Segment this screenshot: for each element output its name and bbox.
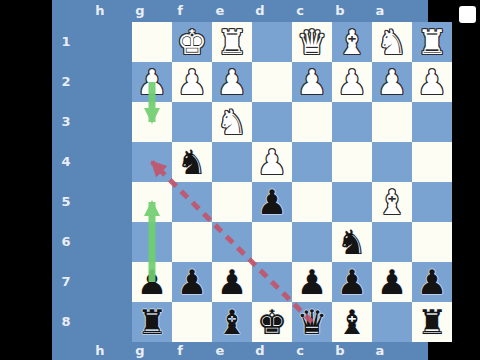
- square-h6[interactable]: [132, 222, 172, 262]
- piece-wP-e4: ♟: [252, 142, 292, 182]
- square-d1[interactable]: ♛: [292, 22, 332, 62]
- square-d3[interactable]: [292, 102, 332, 142]
- coord-label-left-1: 1: [52, 22, 80, 62]
- square-f2[interactable]: ♟: [212, 62, 252, 102]
- coord-label-top-c: c: [280, 0, 320, 22]
- square-b7[interactable]: ♟: [372, 262, 412, 302]
- square-f4[interactable]: [212, 142, 252, 182]
- piece-wB-c1: ♝: [332, 22, 372, 62]
- piece-bP-h7: ♟: [132, 262, 172, 302]
- square-c7[interactable]: ♟: [332, 262, 372, 302]
- square-f8[interactable]: ♝: [212, 302, 252, 342]
- piece-wP-b2: ♟: [372, 62, 412, 102]
- square-c5[interactable]: [332, 182, 372, 222]
- square-g4[interactable]: ♞: [172, 142, 212, 182]
- piece-bP-a7: ♟: [412, 262, 452, 302]
- square-e5[interactable]: ♟: [252, 182, 292, 222]
- piece-wQ-d1: ♛: [292, 22, 332, 62]
- piece-wN-b1: ♞: [372, 22, 412, 62]
- coord-label-left-3: 3: [52, 102, 80, 142]
- piece-bR-a8: ♜: [412, 302, 452, 342]
- square-h7[interactable]: ♟: [132, 262, 172, 302]
- square-b4[interactable]: [372, 142, 412, 182]
- coord-label-bottom-g: g: [120, 342, 160, 360]
- square-g2[interactable]: ♟: [172, 62, 212, 102]
- square-h4[interactable]: [132, 142, 172, 182]
- square-f5[interactable]: [212, 182, 252, 222]
- piece-wB-b5: ♝: [372, 182, 412, 222]
- square-d4[interactable]: [292, 142, 332, 182]
- square-b1[interactable]: ♞: [372, 22, 412, 62]
- coord-label-bottom-e: e: [200, 342, 240, 360]
- square-e1[interactable]: [252, 22, 292, 62]
- square-a7[interactable]: ♟: [412, 262, 452, 302]
- square-e2[interactable]: [252, 62, 292, 102]
- coord-label-bottom-h: h: [80, 342, 120, 360]
- coord-label-bottom-a: a: [360, 342, 400, 360]
- square-f1[interactable]: ♜: [212, 22, 252, 62]
- piece-wP-d2: ♟: [292, 62, 332, 102]
- piece-wR-f1: ♜: [212, 22, 252, 62]
- square-e7[interactable]: [252, 262, 292, 302]
- square-g6[interactable]: [172, 222, 212, 262]
- square-f6[interactable]: [212, 222, 252, 262]
- square-g8[interactable]: [172, 302, 212, 342]
- piece-bN-g4: ♞: [172, 142, 212, 182]
- piece-wN-f3: ♞: [212, 102, 252, 142]
- piece-wP-h2: ♟: [132, 62, 172, 102]
- corner-menu-button[interactable]: [459, 6, 476, 23]
- square-a8[interactable]: ♜: [412, 302, 452, 342]
- piece-wP-f2: ♟: [212, 62, 252, 102]
- piece-bR-h8: ♜: [132, 302, 172, 342]
- coord-label-left-5: 5: [52, 182, 80, 222]
- square-h2[interactable]: ♟: [132, 62, 172, 102]
- square-d8[interactable]: ♛: [292, 302, 332, 342]
- square-g3[interactable]: [172, 102, 212, 142]
- square-e8[interactable]: ♚: [252, 302, 292, 342]
- coord-label-top-b: b: [320, 0, 360, 22]
- coord-label-bottom-b: b: [320, 342, 360, 360]
- piece-bP-f7: ♟: [212, 262, 252, 302]
- piece-wR-a1: ♜: [412, 22, 452, 62]
- square-h1[interactable]: [132, 22, 172, 62]
- coord-label-left-7: 7: [52, 262, 80, 302]
- chess-app-window: hhggffeeddccbbaa1122334455667788 ♚♜♛♝♞♜♟…: [0, 0, 480, 360]
- coord-label-left-8: 8: [52, 302, 80, 342]
- square-b8[interactable]: [372, 302, 412, 342]
- coord-label-bottom-d: d: [240, 342, 280, 360]
- square-a1[interactable]: ♜: [412, 22, 452, 62]
- piece-bQ-d8: ♛: [292, 302, 332, 342]
- chess-board: ♚♜♛♝♞♜♟♟♟♟♟♟♟♞♞♟♟♝♞♟♟♟♟♟♟♟♜♝♚♛♝♜: [132, 22, 452, 342]
- square-f3[interactable]: ♞: [212, 102, 252, 142]
- piece-wP-g2: ♟: [172, 62, 212, 102]
- square-e6[interactable]: [252, 222, 292, 262]
- square-c4[interactable]: [332, 142, 372, 182]
- coord-label-left-4: 4: [52, 142, 80, 182]
- square-b3[interactable]: [372, 102, 412, 142]
- square-a2[interactable]: ♟: [412, 62, 452, 102]
- piece-bB-c8: ♝: [332, 302, 372, 342]
- square-b2[interactable]: ♟: [372, 62, 412, 102]
- square-c3[interactable]: [332, 102, 372, 142]
- coord-label-top-e: e: [200, 0, 240, 22]
- square-g1[interactable]: ♚: [172, 22, 212, 62]
- square-f7[interactable]: ♟: [212, 262, 252, 302]
- coord-label-left-2: 2: [52, 62, 80, 102]
- piece-wP-a2: ♟: [412, 62, 452, 102]
- piece-bP-b7: ♟: [372, 262, 412, 302]
- square-a6[interactable]: [412, 222, 452, 262]
- square-c6[interactable]: ♞: [332, 222, 372, 262]
- square-e4[interactable]: ♟: [252, 142, 292, 182]
- piece-wP-c2: ♟: [332, 62, 372, 102]
- piece-bK-e8: ♚: [252, 302, 292, 342]
- coord-label-top-d: d: [240, 0, 280, 22]
- square-d6[interactable]: [292, 222, 332, 262]
- piece-bP-c7: ♟: [332, 262, 372, 302]
- coord-label-bottom-c: c: [280, 342, 320, 360]
- square-a3[interactable]: [412, 102, 452, 142]
- coord-label-left-6: 6: [52, 222, 80, 262]
- square-h5[interactable]: [132, 182, 172, 222]
- square-g7[interactable]: ♟: [172, 262, 212, 302]
- square-a4[interactable]: [412, 142, 452, 182]
- piece-bP-g7: ♟: [172, 262, 212, 302]
- square-d2[interactable]: ♟: [292, 62, 332, 102]
- square-d5[interactable]: [292, 182, 332, 222]
- piece-bB-f8: ♝: [212, 302, 252, 342]
- coord-label-top-f: f: [160, 0, 200, 22]
- square-d7[interactable]: ♟: [292, 262, 332, 302]
- square-e3[interactable]: [252, 102, 292, 142]
- square-h3[interactable]: [132, 102, 172, 142]
- coord-label-bottom-f: f: [160, 342, 200, 360]
- square-c8[interactable]: ♝: [332, 302, 372, 342]
- piece-bP-e5: ♟: [252, 182, 292, 222]
- square-b6[interactable]: [372, 222, 412, 262]
- coord-label-top-g: g: [120, 0, 160, 22]
- square-c2[interactable]: ♟: [332, 62, 372, 102]
- piece-bN-c6: ♞: [332, 222, 372, 262]
- square-g5[interactable]: [172, 182, 212, 222]
- coord-label-top-a: a: [360, 0, 400, 22]
- board-frame: hhggffeeddccbbaa1122334455667788 ♚♜♛♝♞♜♟…: [52, 0, 428, 360]
- piece-bP-d7: ♟: [292, 262, 332, 302]
- square-c1[interactable]: ♝: [332, 22, 372, 62]
- square-a5[interactable]: [412, 182, 452, 222]
- coord-label-top-h: h: [80, 0, 120, 22]
- square-h8[interactable]: ♜: [132, 302, 172, 342]
- piece-wK-g1: ♚: [172, 22, 212, 62]
- square-b5[interactable]: ♝: [372, 182, 412, 222]
